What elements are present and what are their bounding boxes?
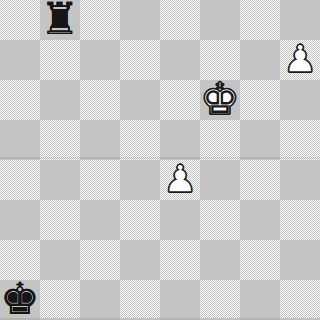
square-a1[interactable]: ♚	[0, 280, 40, 320]
square-d1[interactable]	[120, 280, 160, 320]
white-pawn-h7[interactable]: ♟	[283, 40, 317, 78]
square-e1[interactable]	[160, 280, 200, 320]
black-rook-b8[interactable]: ♜	[40, 0, 79, 41]
square-e8[interactable]	[160, 0, 200, 40]
square-c5[interactable]	[80, 120, 120, 160]
square-g7[interactable]	[240, 40, 280, 80]
square-e2[interactable]	[160, 240, 200, 280]
square-h5[interactable]	[280, 120, 320, 160]
square-b6[interactable]	[40, 80, 80, 120]
square-a5[interactable]	[0, 120, 40, 160]
black-king-a1[interactable]: ♚	[0, 277, 39, 320]
square-d3[interactable]	[120, 200, 160, 240]
square-b5[interactable]	[40, 120, 80, 160]
square-f5[interactable]	[200, 120, 240, 160]
chess-board-window: ♜♟♚♟♚	[0, 0, 320, 320]
square-d8[interactable]	[120, 0, 160, 40]
square-e6[interactable]	[160, 80, 200, 120]
square-f1[interactable]	[200, 280, 240, 320]
square-g6[interactable]	[240, 80, 280, 120]
square-h3[interactable]	[280, 200, 320, 240]
square-g1[interactable]	[240, 280, 280, 320]
chess-board: ♜♟♚♟♚	[0, 0, 320, 320]
square-b3[interactable]	[40, 200, 80, 240]
square-g3[interactable]	[240, 200, 280, 240]
square-c4[interactable]	[80, 160, 120, 200]
square-b1[interactable]	[40, 280, 80, 320]
square-b8[interactable]: ♜	[40, 0, 80, 40]
square-h6[interactable]	[280, 80, 320, 120]
square-c7[interactable]	[80, 40, 120, 80]
square-e5[interactable]	[160, 120, 200, 160]
square-h1[interactable]	[280, 280, 320, 320]
square-b4[interactable]	[40, 160, 80, 200]
square-c2[interactable]	[80, 240, 120, 280]
white-pawn-e4[interactable]: ♟	[163, 160, 197, 198]
white-king-f6[interactable]: ♚	[200, 77, 239, 121]
square-b2[interactable]	[40, 240, 80, 280]
square-d7[interactable]	[120, 40, 160, 80]
square-c1[interactable]	[80, 280, 120, 320]
square-f4[interactable]	[200, 160, 240, 200]
square-g4[interactable]	[240, 160, 280, 200]
square-c3[interactable]	[80, 200, 120, 240]
square-a6[interactable]	[0, 80, 40, 120]
square-b7[interactable]	[40, 40, 80, 80]
square-g2[interactable]	[240, 240, 280, 280]
square-a8[interactable]	[0, 0, 40, 40]
square-a7[interactable]	[0, 40, 40, 80]
square-h7[interactable]: ♟	[280, 40, 320, 80]
square-h4[interactable]	[280, 160, 320, 200]
square-e7[interactable]	[160, 40, 200, 80]
square-h2[interactable]	[280, 240, 320, 280]
square-d6[interactable]	[120, 80, 160, 120]
square-f2[interactable]	[200, 240, 240, 280]
square-e3[interactable]	[160, 200, 200, 240]
square-h8[interactable]	[280, 0, 320, 40]
square-d4[interactable]	[120, 160, 160, 200]
square-d2[interactable]	[120, 240, 160, 280]
square-d5[interactable]	[120, 120, 160, 160]
square-e4[interactable]: ♟	[160, 160, 200, 200]
square-a3[interactable]	[0, 200, 40, 240]
square-c6[interactable]	[80, 80, 120, 120]
square-f6[interactable]: ♚	[200, 80, 240, 120]
square-f8[interactable]	[200, 0, 240, 40]
square-g8[interactable]	[240, 0, 280, 40]
square-a4[interactable]	[0, 160, 40, 200]
square-f3[interactable]	[200, 200, 240, 240]
square-g5[interactable]	[240, 120, 280, 160]
square-c8[interactable]	[80, 0, 120, 40]
